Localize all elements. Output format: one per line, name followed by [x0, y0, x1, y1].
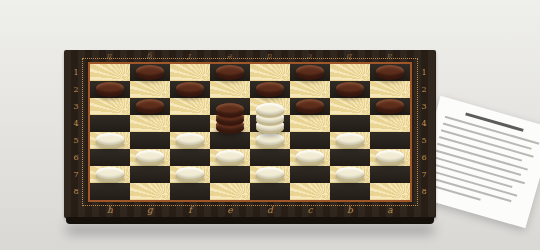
square-h3[interactable]	[90, 98, 130, 115]
light-checker[interactable]	[216, 150, 244, 162]
paper-text-line	[441, 129, 534, 157]
rank-label: 7	[412, 166, 436, 183]
square-a8[interactable]	[370, 183, 410, 200]
square-c6[interactable]	[290, 149, 330, 166]
square-d6[interactable]	[250, 149, 290, 166]
square-h4[interactable]	[90, 115, 130, 132]
checkers-board: hgfedcba hgfedcba 12345678 12345678	[64, 50, 436, 218]
square-h1[interactable]	[90, 64, 130, 81]
square-h7[interactable]	[90, 166, 130, 183]
rank-labels-left: 12345678	[64, 64, 88, 200]
square-b2[interactable]	[330, 81, 370, 98]
dark-checker[interactable]	[376, 99, 404, 111]
dark-checker[interactable]	[296, 99, 324, 111]
square-f7[interactable]	[170, 166, 210, 183]
square-g5[interactable]	[130, 132, 170, 149]
dark-king-stack[interactable]	[216, 114, 244, 128]
square-f6[interactable]	[170, 149, 210, 166]
photo-scene: hgfedcba hgfedcba 12345678 12345678	[0, 0, 540, 250]
square-f5[interactable]	[170, 132, 210, 149]
square-c2[interactable]	[290, 81, 330, 98]
file-label: h	[90, 206, 130, 215]
square-f1[interactable]	[170, 64, 210, 81]
file-label: a	[370, 52, 410, 60]
light-checker[interactable]	[376, 150, 404, 162]
square-h2[interactable]	[90, 81, 130, 98]
square-a3[interactable]	[370, 98, 410, 115]
rank-label: 6	[64, 149, 88, 166]
dark-checker[interactable]	[136, 65, 164, 77]
file-label: c	[290, 206, 330, 215]
light-checker[interactable]	[256, 133, 284, 145]
square-a6[interactable]	[370, 149, 410, 166]
square-d5[interactable]	[250, 132, 290, 149]
rank-label: 2	[412, 81, 436, 98]
dark-checker[interactable]	[96, 82, 124, 94]
board-field	[88, 62, 412, 202]
rank-label: 6	[412, 149, 436, 166]
light-king-stack[interactable]	[256, 114, 284, 128]
square-c8[interactable]	[290, 183, 330, 200]
dark-checker[interactable]	[256, 82, 284, 94]
square-g8[interactable]	[130, 183, 170, 200]
rank-label: 7	[64, 166, 88, 183]
stack-disc	[216, 103, 244, 115]
square-b3[interactable]	[330, 98, 370, 115]
rank-labels-right: 12345678	[412, 64, 436, 200]
file-labels-bottom: hgfedcba	[90, 206, 410, 215]
rank-label: 2	[64, 81, 88, 98]
square-b5[interactable]	[330, 132, 370, 149]
square-f8[interactable]	[170, 183, 210, 200]
square-c5[interactable]	[290, 132, 330, 149]
file-label: c	[290, 52, 330, 60]
square-g1[interactable]	[130, 64, 170, 81]
square-b7[interactable]	[330, 166, 370, 183]
file-label: g	[130, 206, 170, 215]
square-f3[interactable]	[170, 98, 210, 115]
dark-checker[interactable]	[136, 99, 164, 111]
light-checker[interactable]	[296, 150, 324, 162]
square-b1[interactable]	[330, 64, 370, 81]
dark-checker[interactable]	[296, 65, 324, 77]
square-g6[interactable]	[130, 149, 170, 166]
square-f4[interactable]	[170, 115, 210, 132]
light-checker[interactable]	[336, 167, 364, 179]
square-e2[interactable]	[210, 81, 250, 98]
square-e6[interactable]	[210, 149, 250, 166]
file-label: e	[210, 206, 250, 215]
square-d8[interactable]	[250, 183, 290, 200]
square-e4[interactable]	[210, 115, 250, 132]
file-label: f	[170, 52, 210, 60]
square-h6[interactable]	[90, 149, 130, 166]
square-f2[interactable]	[170, 81, 210, 98]
square-g3[interactable]	[130, 98, 170, 115]
rank-label: 3	[64, 98, 88, 115]
file-label: g	[130, 52, 170, 60]
light-checker[interactable]	[96, 133, 124, 145]
square-a5[interactable]	[370, 132, 410, 149]
square-a4[interactable]	[370, 115, 410, 132]
square-b6[interactable]	[330, 149, 370, 166]
stack-disc	[256, 103, 284, 115]
dark-checker[interactable]	[216, 65, 244, 77]
file-label: b	[330, 52, 370, 60]
file-labels-top: hgfedcba	[90, 52, 410, 60]
light-checker[interactable]	[136, 150, 164, 162]
square-c3[interactable]	[290, 98, 330, 115]
rank-label: 3	[412, 98, 436, 115]
square-a1[interactable]	[370, 64, 410, 81]
dark-checker[interactable]	[336, 82, 364, 94]
square-h8[interactable]	[90, 183, 130, 200]
rank-label: 5	[412, 132, 436, 149]
square-c1[interactable]	[290, 64, 330, 81]
light-checker[interactable]	[176, 133, 204, 145]
square-e1[interactable]	[210, 64, 250, 81]
square-h5[interactable]	[90, 132, 130, 149]
rank-label: 1	[64, 64, 88, 81]
light-checker[interactable]	[256, 167, 284, 179]
file-label: b	[330, 206, 370, 215]
square-b8[interactable]	[330, 183, 370, 200]
square-e7[interactable]	[210, 166, 250, 183]
dark-checker[interactable]	[176, 82, 204, 94]
file-label: f	[170, 206, 210, 215]
light-checker[interactable]	[176, 167, 204, 179]
square-d2[interactable]	[250, 81, 290, 98]
file-label: a	[370, 206, 410, 215]
square-g4[interactable]	[130, 115, 170, 132]
file-label: d	[250, 206, 290, 215]
light-checker[interactable]	[96, 167, 124, 179]
rank-label: 8	[64, 183, 88, 200]
square-e5[interactable]	[210, 132, 250, 149]
square-d7[interactable]	[250, 166, 290, 183]
light-checker[interactable]	[336, 133, 364, 145]
file-label: d	[250, 52, 290, 60]
square-d1[interactable]	[250, 64, 290, 81]
square-e8[interactable]	[210, 183, 250, 200]
dark-checker[interactable]	[376, 65, 404, 77]
rank-label: 8	[412, 183, 436, 200]
square-d4[interactable]	[250, 115, 290, 132]
square-g7[interactable]	[130, 166, 170, 183]
rank-label: 1	[412, 64, 436, 81]
square-a2[interactable]	[370, 81, 410, 98]
square-c4[interactable]	[290, 115, 330, 132]
file-label: h	[90, 52, 130, 60]
square-c7[interactable]	[290, 166, 330, 183]
file-label: e	[210, 52, 250, 60]
rank-label: 4	[412, 115, 436, 132]
square-g2[interactable]	[130, 81, 170, 98]
square-b4[interactable]	[330, 115, 370, 132]
rank-label: 4	[64, 115, 88, 132]
square-a7[interactable]	[370, 166, 410, 183]
rank-label: 5	[64, 132, 88, 149]
